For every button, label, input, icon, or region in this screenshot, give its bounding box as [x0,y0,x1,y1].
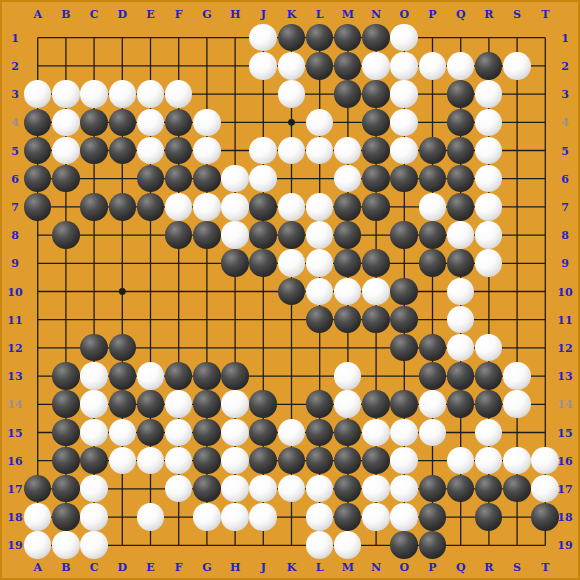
intersection[interactable] [503,249,531,277]
intersection[interactable] [334,277,362,305]
intersection[interactable] [80,277,108,305]
intersection[interactable] [136,24,164,52]
intersection[interactable] [277,531,305,559]
intersection[interactable] [249,136,277,164]
intersection[interactable] [24,193,52,221]
intersection[interactable] [80,446,108,474]
intersection[interactable] [249,503,277,531]
intersection[interactable] [446,108,474,136]
intersection[interactable] [475,503,503,531]
intersection[interactable] [24,390,52,418]
intersection[interactable] [305,446,333,474]
intersection[interactable] [503,24,531,52]
intersection[interactable] [249,475,277,503]
intersection[interactable] [221,52,249,80]
intersection[interactable] [418,221,446,249]
intersection[interactable] [446,249,474,277]
intersection[interactable] [531,475,559,503]
intersection[interactable] [334,24,362,52]
intersection[interactable] [24,165,52,193]
intersection[interactable] [334,418,362,446]
intersection[interactable] [136,334,164,362]
intersection[interactable] [531,193,559,221]
intersection[interactable] [305,136,333,164]
intersection[interactable] [305,475,333,503]
intersection[interactable] [475,52,503,80]
intersection[interactable] [418,475,446,503]
intersection[interactable] [221,418,249,446]
intersection[interactable] [52,503,80,531]
intersection[interactable] [446,362,474,390]
intersection[interactable] [362,108,390,136]
intersection[interactable] [193,221,221,249]
intersection[interactable] [193,193,221,221]
intersection[interactable] [418,80,446,108]
intersection[interactable] [24,108,52,136]
intersection[interactable] [80,52,108,80]
intersection[interactable] [193,165,221,193]
intersection[interactable] [24,52,52,80]
intersection[interactable] [418,334,446,362]
intersection[interactable] [334,136,362,164]
intersection[interactable] [80,390,108,418]
intersection[interactable] [193,531,221,559]
intersection[interactable] [52,52,80,80]
intersection[interactable] [362,165,390,193]
intersection[interactable] [475,136,503,164]
intersection[interactable] [418,503,446,531]
intersection[interactable] [334,531,362,559]
intersection[interactable] [24,503,52,531]
intersection[interactable] [334,108,362,136]
intersection[interactable] [136,249,164,277]
intersection[interactable] [503,305,531,333]
intersection[interactable] [362,305,390,333]
intersection[interactable] [305,531,333,559]
intersection[interactable] [52,531,80,559]
intersection[interactable] [165,193,193,221]
intersection[interactable] [193,475,221,503]
intersection[interactable] [305,390,333,418]
intersection[interactable] [277,390,305,418]
intersection[interactable] [108,221,136,249]
intersection[interactable] [531,277,559,305]
intersection[interactable] [362,249,390,277]
intersection[interactable] [390,80,418,108]
intersection[interactable] [108,531,136,559]
intersection[interactable] [305,80,333,108]
intersection[interactable] [249,249,277,277]
intersection[interactable] [503,80,531,108]
intersection[interactable] [503,390,531,418]
intersection[interactable] [165,418,193,446]
intersection[interactable] [475,249,503,277]
intersection[interactable] [165,305,193,333]
intersection[interactable] [418,277,446,305]
intersection[interactable] [136,221,164,249]
intersection[interactable] [193,52,221,80]
intersection[interactable] [446,193,474,221]
intersection[interactable] [108,418,136,446]
intersection[interactable] [334,165,362,193]
intersection[interactable] [334,362,362,390]
intersection[interactable] [305,305,333,333]
intersection[interactable] [221,531,249,559]
intersection[interactable] [221,362,249,390]
intersection[interactable] [475,418,503,446]
intersection[interactable] [446,80,474,108]
intersection[interactable] [446,475,474,503]
intersection[interactable] [475,221,503,249]
intersection[interactable] [305,277,333,305]
intersection[interactable] [418,193,446,221]
intersection[interactable] [136,108,164,136]
intersection[interactable] [277,305,305,333]
intersection[interactable] [277,503,305,531]
intersection[interactable] [475,305,503,333]
intersection[interactable] [390,503,418,531]
intersection[interactable] [475,108,503,136]
intersection[interactable] [362,24,390,52]
intersection[interactable] [80,165,108,193]
intersection[interactable] [503,108,531,136]
intersection[interactable] [503,277,531,305]
intersection[interactable] [136,475,164,503]
intersection[interactable] [531,334,559,362]
intersection[interactable] [362,418,390,446]
intersection[interactable] [418,362,446,390]
intersection[interactable] [80,334,108,362]
intersection[interactable] [418,52,446,80]
intersection[interactable] [136,362,164,390]
intersection[interactable] [80,249,108,277]
intersection[interactable] [52,136,80,164]
intersection[interactable] [277,80,305,108]
intersection[interactable] [531,80,559,108]
intersection[interactable] [80,24,108,52]
intersection[interactable] [277,334,305,362]
intersection[interactable] [362,80,390,108]
intersection[interactable] [305,249,333,277]
intersection[interactable] [277,249,305,277]
intersection[interactable] [277,193,305,221]
intersection[interactable] [193,277,221,305]
intersection[interactable] [475,277,503,305]
intersection[interactable] [418,136,446,164]
intersection[interactable] [334,475,362,503]
intersection[interactable] [24,24,52,52]
intersection[interactable] [305,503,333,531]
intersection[interactable] [390,418,418,446]
intersection[interactable] [475,362,503,390]
intersection[interactable] [80,362,108,390]
intersection[interactable] [446,503,474,531]
intersection[interactable] [221,24,249,52]
intersection[interactable] [193,108,221,136]
intersection[interactable] [24,531,52,559]
intersection[interactable] [362,277,390,305]
intersection[interactable] [108,390,136,418]
intersection[interactable] [221,221,249,249]
intersection[interactable] [475,334,503,362]
intersection[interactable] [136,80,164,108]
intersection[interactable] [165,249,193,277]
intersection[interactable] [503,193,531,221]
intersection[interactable] [24,475,52,503]
intersection[interactable] [136,503,164,531]
intersection[interactable] [249,193,277,221]
intersection[interactable] [277,362,305,390]
intersection[interactable] [221,446,249,474]
intersection[interactable] [221,249,249,277]
intersection[interactable] [136,418,164,446]
intersection[interactable] [334,334,362,362]
intersection[interactable] [80,193,108,221]
intersection[interactable] [475,80,503,108]
intersection[interactable] [80,475,108,503]
intersection[interactable] [305,221,333,249]
intersection[interactable] [475,165,503,193]
intersection[interactable] [475,475,503,503]
intersection[interactable] [531,249,559,277]
intersection[interactable] [503,52,531,80]
intersection[interactable] [475,446,503,474]
intersection[interactable] [193,80,221,108]
intersection[interactable] [334,503,362,531]
intersection[interactable] [52,334,80,362]
intersection[interactable] [418,418,446,446]
intersection[interactable] [531,531,559,559]
intersection[interactable] [390,475,418,503]
intersection[interactable] [249,531,277,559]
intersection[interactable] [475,24,503,52]
intersection[interactable] [475,193,503,221]
intersection[interactable] [503,503,531,531]
intersection[interactable] [80,108,108,136]
intersection[interactable] [390,446,418,474]
intersection[interactable] [52,249,80,277]
intersection[interactable] [362,390,390,418]
intersection[interactable] [108,362,136,390]
intersection[interactable] [193,390,221,418]
intersection[interactable] [390,277,418,305]
intersection[interactable] [193,136,221,164]
intersection[interactable] [418,24,446,52]
intersection[interactable] [362,221,390,249]
intersection[interactable] [531,390,559,418]
intersection[interactable] [52,418,80,446]
intersection[interactable] [136,390,164,418]
intersection[interactable] [362,334,390,362]
intersection[interactable] [108,52,136,80]
intersection[interactable] [193,334,221,362]
intersection[interactable] [390,221,418,249]
intersection[interactable] [193,418,221,446]
intersection[interactable] [362,193,390,221]
intersection[interactable] [52,446,80,474]
intersection[interactable] [24,277,52,305]
intersection[interactable] [193,24,221,52]
intersection[interactable] [193,249,221,277]
intersection[interactable] [221,503,249,531]
intersection[interactable] [531,418,559,446]
intersection[interactable] [503,334,531,362]
intersection[interactable] [80,221,108,249]
intersection[interactable] [249,390,277,418]
intersection[interactable] [334,305,362,333]
intersection[interactable] [136,193,164,221]
intersection[interactable] [52,108,80,136]
intersection[interactable] [249,165,277,193]
intersection[interactable] [249,221,277,249]
intersection[interactable] [249,80,277,108]
intersection[interactable] [446,277,474,305]
intersection[interactable] [24,446,52,474]
intersection[interactable] [418,165,446,193]
intersection[interactable] [108,24,136,52]
intersection[interactable] [362,52,390,80]
intersection[interactable] [390,305,418,333]
intersection[interactable] [80,531,108,559]
intersection[interactable] [446,446,474,474]
intersection[interactable] [390,165,418,193]
intersection[interactable] [52,193,80,221]
intersection[interactable] [165,475,193,503]
intersection[interactable] [52,80,80,108]
intersection[interactable] [305,362,333,390]
intersection[interactable] [108,334,136,362]
intersection[interactable] [249,305,277,333]
intersection[interactable] [531,165,559,193]
intersection[interactable] [165,334,193,362]
intersection[interactable] [108,193,136,221]
intersection[interactable] [305,193,333,221]
intersection[interactable] [24,80,52,108]
intersection[interactable] [165,165,193,193]
intersection[interactable] [334,80,362,108]
intersection[interactable] [165,108,193,136]
intersection[interactable] [108,475,136,503]
intersection[interactable] [334,221,362,249]
intersection[interactable] [221,390,249,418]
intersection[interactable] [277,165,305,193]
intersection[interactable] [193,305,221,333]
intersection[interactable] [305,24,333,52]
intersection[interactable] [52,362,80,390]
intersection[interactable] [52,221,80,249]
intersection[interactable] [165,24,193,52]
intersection[interactable] [52,475,80,503]
intersection[interactable] [165,136,193,164]
intersection[interactable] [390,334,418,362]
intersection[interactable] [221,305,249,333]
intersection[interactable] [531,305,559,333]
intersection[interactable] [108,446,136,474]
intersection[interactable] [362,531,390,559]
intersection[interactable] [165,277,193,305]
intersection[interactable] [249,418,277,446]
intersection[interactable] [108,503,136,531]
intersection[interactable] [80,503,108,531]
intersection[interactable] [136,305,164,333]
intersection[interactable] [418,249,446,277]
intersection[interactable] [418,108,446,136]
intersection[interactable] [52,390,80,418]
intersection[interactable] [221,165,249,193]
intersection[interactable] [503,531,531,559]
intersection[interactable] [446,390,474,418]
intersection[interactable] [334,249,362,277]
intersection[interactable] [165,503,193,531]
intersection[interactable] [165,446,193,474]
intersection[interactable] [221,136,249,164]
intersection[interactable] [277,446,305,474]
intersection[interactable] [531,136,559,164]
intersection[interactable] [52,277,80,305]
intersection[interactable] [334,390,362,418]
intersection[interactable] [446,418,474,446]
intersection[interactable] [24,221,52,249]
intersection[interactable] [108,165,136,193]
intersection[interactable] [475,531,503,559]
intersection[interactable] [80,136,108,164]
intersection[interactable] [136,277,164,305]
intersection[interactable] [334,446,362,474]
intersection[interactable] [193,362,221,390]
intersection[interactable] [390,249,418,277]
intersection[interactable] [305,334,333,362]
intersection[interactable] [503,446,531,474]
intersection[interactable] [503,475,531,503]
intersection[interactable] [305,165,333,193]
intersection[interactable] [446,334,474,362]
intersection[interactable] [503,221,531,249]
intersection[interactable] [165,52,193,80]
intersection[interactable] [108,80,136,108]
intersection[interactable] [136,165,164,193]
intersection[interactable] [531,221,559,249]
intersection[interactable] [390,362,418,390]
intersection[interactable] [446,305,474,333]
intersection[interactable] [249,277,277,305]
intersection[interactable] [362,362,390,390]
intersection[interactable] [221,80,249,108]
intersection[interactable] [503,418,531,446]
intersection[interactable] [249,52,277,80]
intersection[interactable] [108,108,136,136]
intersection[interactable] [52,305,80,333]
intersection[interactable] [80,418,108,446]
intersection[interactable] [418,305,446,333]
intersection[interactable] [165,80,193,108]
intersection[interactable] [362,503,390,531]
intersection[interactable] [305,108,333,136]
intersection[interactable] [362,136,390,164]
intersection[interactable] [249,334,277,362]
intersection[interactable] [249,108,277,136]
intersection[interactable] [277,108,305,136]
intersection[interactable] [221,475,249,503]
intersection[interactable] [108,305,136,333]
intersection[interactable] [390,24,418,52]
intersection[interactable] [418,531,446,559]
intersection[interactable] [362,446,390,474]
intersection[interactable] [446,165,474,193]
intersection[interactable] [24,136,52,164]
intersection[interactable] [390,531,418,559]
intersection[interactable] [446,531,474,559]
intersection[interactable] [334,52,362,80]
